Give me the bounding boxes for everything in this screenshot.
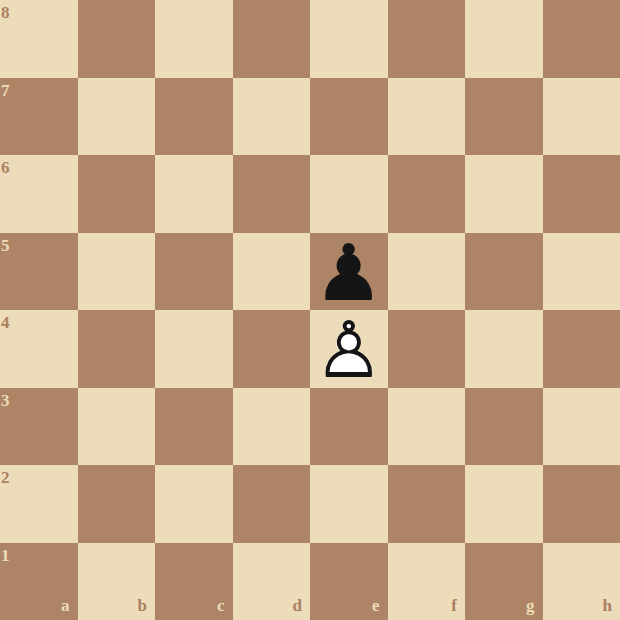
rank-label-3: 3: [1, 392, 10, 409]
square-a5[interactable]: 5: [0, 233, 78, 311]
square-b5[interactable]: [78, 233, 156, 311]
square-f4[interactable]: [388, 310, 466, 388]
square-h6[interactable]: [543, 155, 620, 233]
square-d7[interactable]: [233, 78, 311, 156]
file-label-e: e: [372, 597, 380, 614]
square-f3[interactable]: [388, 388, 466, 466]
square-c8[interactable]: [155, 0, 233, 78]
square-e6[interactable]: [310, 155, 388, 233]
square-b7[interactable]: [78, 78, 156, 156]
rank-label-7: 7: [1, 82, 10, 99]
square-g2[interactable]: [465, 465, 543, 543]
square-e4[interactable]: ♟♙: [310, 310, 388, 388]
square-d3[interactable]: [233, 388, 311, 466]
file-label-c: c: [217, 597, 225, 614]
square-c3[interactable]: [155, 388, 233, 466]
square-f6[interactable]: [388, 155, 466, 233]
square-b6[interactable]: [78, 155, 156, 233]
square-h8[interactable]: [543, 0, 620, 78]
chess-board: 8765♟4♟♙321abcdefgh: [0, 0, 620, 620]
square-d4[interactable]: [233, 310, 311, 388]
square-g6[interactable]: [465, 155, 543, 233]
square-c4[interactable]: [155, 310, 233, 388]
square-d2[interactable]: [233, 465, 311, 543]
square-b8[interactable]: [78, 0, 156, 78]
square-h3[interactable]: [543, 388, 620, 466]
square-g4[interactable]: [465, 310, 543, 388]
square-e1[interactable]: e: [310, 543, 388, 620]
file-label-b: b: [138, 597, 147, 614]
square-g1[interactable]: g: [465, 543, 543, 620]
square-e2[interactable]: [310, 465, 388, 543]
square-e7[interactable]: [310, 78, 388, 156]
square-f1[interactable]: f: [388, 543, 466, 620]
square-g7[interactable]: [465, 78, 543, 156]
black-pawn-e5[interactable]: ♟: [310, 233, 388, 311]
square-e5[interactable]: ♟: [310, 233, 388, 311]
square-d6[interactable]: [233, 155, 311, 233]
rank-label-4: 4: [1, 314, 10, 331]
square-h2[interactable]: [543, 465, 620, 543]
square-g3[interactable]: [465, 388, 543, 466]
square-a2[interactable]: 2: [0, 465, 78, 543]
file-label-f: f: [451, 597, 457, 614]
square-f7[interactable]: [388, 78, 466, 156]
square-a4[interactable]: 4: [0, 310, 78, 388]
square-c6[interactable]: [155, 155, 233, 233]
rank-label-1: 1: [1, 547, 10, 564]
square-a6[interactable]: 6: [0, 155, 78, 233]
square-d1[interactable]: d: [233, 543, 311, 620]
rank-label-6: 6: [1, 159, 10, 176]
square-h5[interactable]: [543, 233, 620, 311]
square-c5[interactable]: [155, 233, 233, 311]
square-b4[interactable]: [78, 310, 156, 388]
square-a7[interactable]: 7: [0, 78, 78, 156]
square-f5[interactable]: [388, 233, 466, 311]
black-pawn-fill: ♟: [310, 235, 388, 313]
square-b2[interactable]: [78, 465, 156, 543]
rank-label-5: 5: [1, 237, 10, 254]
square-h7[interactable]: [543, 78, 620, 156]
square-h1[interactable]: h: [543, 543, 620, 620]
square-d8[interactable]: [233, 0, 311, 78]
rank-label-8: 8: [1, 4, 10, 21]
square-e8[interactable]: [310, 0, 388, 78]
square-e3[interactable]: [310, 388, 388, 466]
square-g8[interactable]: [465, 0, 543, 78]
rank-label-2: 2: [1, 469, 10, 486]
square-a8[interactable]: 8: [0, 0, 78, 78]
square-c1[interactable]: c: [155, 543, 233, 620]
white-pawn-outline: ♙: [310, 312, 388, 390]
square-h4[interactable]: [543, 310, 620, 388]
square-b1[interactable]: b: [78, 543, 156, 620]
square-f2[interactable]: [388, 465, 466, 543]
square-g5[interactable]: [465, 233, 543, 311]
file-label-g: g: [526, 597, 535, 614]
square-c2[interactable]: [155, 465, 233, 543]
file-label-d: d: [293, 597, 302, 614]
chess-board-container: 8765♟4♟♙321abcdefgh: [0, 0, 620, 620]
white-pawn-e4[interactable]: ♟♙: [310, 310, 388, 388]
square-f8[interactable]: [388, 0, 466, 78]
square-c7[interactable]: [155, 78, 233, 156]
square-a3[interactable]: 3: [0, 388, 78, 466]
square-a1[interactable]: 1a: [0, 543, 78, 620]
square-d5[interactable]: [233, 233, 311, 311]
square-b3[interactable]: [78, 388, 156, 466]
file-label-a: a: [61, 597, 70, 614]
file-label-h: h: [603, 597, 612, 614]
